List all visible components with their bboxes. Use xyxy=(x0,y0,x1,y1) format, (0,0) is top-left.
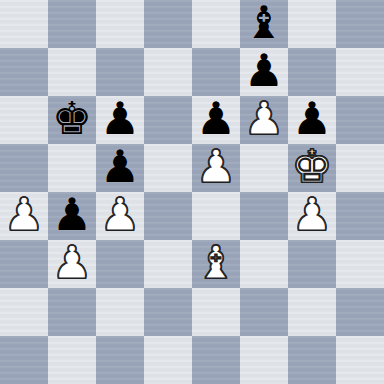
square-g5[interactable]: ♚ xyxy=(288,144,336,192)
white-bishop-e3[interactable]: ♝ xyxy=(196,240,236,287)
square-c6[interactable]: ♟ xyxy=(96,96,144,144)
square-g8[interactable] xyxy=(288,0,336,48)
square-g7[interactable] xyxy=(288,48,336,96)
black-pawn-e6[interactable]: ♟ xyxy=(196,96,236,143)
square-h3[interactable] xyxy=(336,240,384,288)
square-f7[interactable]: ♟ xyxy=(240,48,288,96)
white-pawn-f6[interactable]: ♟ xyxy=(244,96,284,143)
square-f1[interactable] xyxy=(240,336,288,384)
square-c4[interactable]: ♟ xyxy=(96,192,144,240)
square-f6[interactable]: ♟ xyxy=(240,96,288,144)
square-e1[interactable] xyxy=(192,336,240,384)
square-b7[interactable] xyxy=(48,48,96,96)
square-e4[interactable] xyxy=(192,192,240,240)
square-b2[interactable] xyxy=(48,288,96,336)
square-c2[interactable] xyxy=(96,288,144,336)
square-a5[interactable] xyxy=(0,144,48,192)
square-a3[interactable] xyxy=(0,240,48,288)
black-king-b6[interactable]: ♚ xyxy=(52,96,92,143)
square-e8[interactable] xyxy=(192,0,240,48)
square-a2[interactable] xyxy=(0,288,48,336)
square-e5[interactable]: ♟ xyxy=(192,144,240,192)
square-f3[interactable] xyxy=(240,240,288,288)
square-d3[interactable] xyxy=(144,240,192,288)
square-e6[interactable]: ♟ xyxy=(192,96,240,144)
square-b1[interactable] xyxy=(48,336,96,384)
square-h6[interactable] xyxy=(336,96,384,144)
square-c7[interactable] xyxy=(96,48,144,96)
square-g2[interactable] xyxy=(288,288,336,336)
square-f2[interactable] xyxy=(240,288,288,336)
square-f8[interactable]: ♝ xyxy=(240,0,288,48)
square-c3[interactable] xyxy=(96,240,144,288)
square-e2[interactable] xyxy=(192,288,240,336)
white-pawn-a4[interactable]: ♟ xyxy=(4,192,44,239)
black-pawn-c6[interactable]: ♟ xyxy=(100,96,140,143)
square-d2[interactable] xyxy=(144,288,192,336)
square-f5[interactable] xyxy=(240,144,288,192)
square-d1[interactable] xyxy=(144,336,192,384)
square-f4[interactable] xyxy=(240,192,288,240)
square-b6[interactable]: ♚ xyxy=(48,96,96,144)
square-c8[interactable] xyxy=(96,0,144,48)
square-d5[interactable] xyxy=(144,144,192,192)
square-d8[interactable] xyxy=(144,0,192,48)
white-pawn-b3[interactable]: ♟ xyxy=(52,240,92,287)
square-a7[interactable] xyxy=(0,48,48,96)
square-g6[interactable]: ♟ xyxy=(288,96,336,144)
square-a8[interactable] xyxy=(0,0,48,48)
square-h1[interactable] xyxy=(336,336,384,384)
square-h8[interactable] xyxy=(336,0,384,48)
square-c1[interactable] xyxy=(96,336,144,384)
square-c5[interactable]: ♟ xyxy=(96,144,144,192)
white-pawn-c4[interactable]: ♟ xyxy=(100,192,140,239)
square-e3[interactable]: ♝ xyxy=(192,240,240,288)
square-h7[interactable] xyxy=(336,48,384,96)
square-a6[interactable] xyxy=(0,96,48,144)
square-b5[interactable] xyxy=(48,144,96,192)
square-g4[interactable]: ♟ xyxy=(288,192,336,240)
square-d4[interactable] xyxy=(144,192,192,240)
square-g1[interactable] xyxy=(288,336,336,384)
black-pawn-g6[interactable]: ♟ xyxy=(292,96,332,143)
black-pawn-c5[interactable]: ♟ xyxy=(100,144,140,191)
square-e7[interactable] xyxy=(192,48,240,96)
square-a4[interactable]: ♟ xyxy=(0,192,48,240)
black-bishop-f8[interactable]: ♝ xyxy=(244,0,284,47)
square-b8[interactable] xyxy=(48,0,96,48)
chess-board: ♝♟♚♟♟♟♟♟♟♚♟♟♟♟♟♝ xyxy=(0,0,384,384)
square-h4[interactable] xyxy=(336,192,384,240)
square-a1[interactable] xyxy=(0,336,48,384)
white-king-g5[interactable]: ♚ xyxy=(292,144,332,191)
black-pawn-f7[interactable]: ♟ xyxy=(244,48,284,95)
square-d6[interactable] xyxy=(144,96,192,144)
square-h5[interactable] xyxy=(336,144,384,192)
white-pawn-e5[interactable]: ♟ xyxy=(196,144,236,191)
square-g3[interactable] xyxy=(288,240,336,288)
black-pawn-b4[interactable]: ♟ xyxy=(52,192,92,239)
square-b3[interactable]: ♟ xyxy=(48,240,96,288)
square-d7[interactable] xyxy=(144,48,192,96)
white-pawn-g4[interactable]: ♟ xyxy=(292,192,332,239)
square-b4[interactable]: ♟ xyxy=(48,192,96,240)
square-h2[interactable] xyxy=(336,288,384,336)
